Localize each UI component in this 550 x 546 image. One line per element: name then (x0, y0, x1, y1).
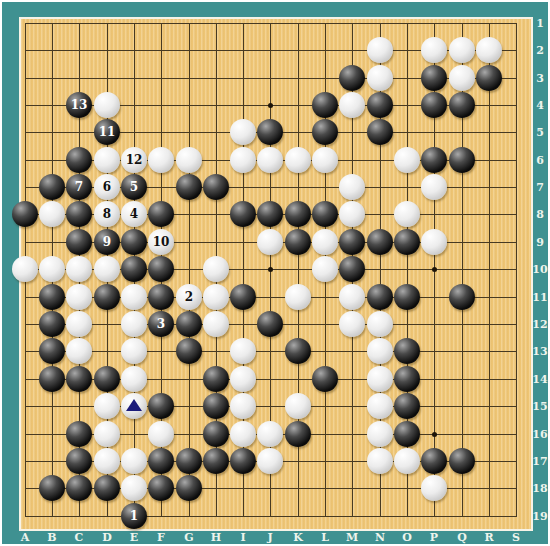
white-stone-H11 (203, 284, 229, 310)
star-point (268, 267, 273, 272)
white-stone-D16 (94, 421, 120, 447)
column-label-D: D (102, 531, 112, 544)
black-stone-C9 (66, 229, 92, 255)
white-stone-J6 (257, 147, 283, 173)
black-stone-O9 (394, 229, 420, 255)
white-stone-E17 (121, 448, 147, 474)
white-stone-P7 (421, 174, 447, 200)
black-stone-G18 (176, 475, 202, 501)
black-stone-F18 (148, 475, 174, 501)
black-stone-F17 (148, 448, 174, 474)
white-stone-K6 (285, 147, 311, 173)
white-stone-D4 (94, 92, 120, 118)
black-stone-P3 (421, 65, 447, 91)
white-stone-N13 (367, 338, 393, 364)
black-stone-K9 (285, 229, 311, 255)
black-stone-F15 (148, 393, 174, 419)
black-stone-H16 (203, 421, 229, 447)
board-grid-line (489, 23, 490, 517)
row-label-17: 17 (532, 455, 547, 468)
white-stone-H10 (203, 256, 229, 282)
black-stone-C7: 7 (66, 174, 92, 200)
white-stone-G11: 2 (176, 284, 202, 310)
black-stone-N9 (367, 229, 393, 255)
black-stone-E10 (121, 256, 147, 282)
move-number-label: 6 (103, 181, 111, 193)
row-label-4: 4 (536, 99, 544, 112)
black-stone-N11 (367, 284, 393, 310)
black-stone-L14 (312, 366, 338, 392)
black-stone-P6 (421, 147, 447, 173)
move-number-label: 12 (126, 154, 143, 166)
column-label-O: O (402, 531, 412, 544)
white-stone-C10 (66, 256, 92, 282)
white-stone-C13 (66, 338, 92, 364)
white-stone-M7 (339, 174, 365, 200)
move-number-label: 3 (157, 318, 165, 330)
black-stone-B14 (39, 366, 65, 392)
row-label-15: 15 (532, 400, 547, 413)
row-label-3: 3 (536, 72, 544, 85)
board-grid-line (25, 516, 517, 517)
move-number-label: 4 (130, 208, 138, 220)
white-stone-B10 (39, 256, 65, 282)
black-stone-D18 (94, 475, 120, 501)
white-stone-J16 (257, 421, 283, 447)
black-stone-P4 (421, 92, 447, 118)
move-number-label: 10 (153, 236, 170, 248)
black-stone-Q11 (449, 284, 475, 310)
row-label-14: 14 (532, 373, 547, 386)
row-label-19: 19 (532, 510, 547, 523)
black-stone-D5: 11 (94, 119, 120, 145)
column-label-C: C (75, 531, 84, 544)
row-label-11: 11 (532, 291, 547, 304)
white-stone-I6 (230, 147, 256, 173)
column-label-G: G (184, 531, 193, 544)
black-stone-E19: 1 (121, 503, 147, 529)
column-label-H: H (211, 531, 221, 544)
black-stone-B13 (39, 338, 65, 364)
black-stone-G13 (176, 338, 202, 364)
row-label-6: 6 (536, 154, 544, 167)
white-stone-F9: 10 (148, 229, 174, 255)
column-label-M: M (346, 531, 358, 544)
column-label-B: B (47, 531, 56, 544)
black-stone-E9 (121, 229, 147, 255)
white-stone-E15 (121, 393, 147, 419)
board-grid-line (25, 351, 517, 352)
white-stone-A10 (12, 256, 38, 282)
black-stone-B12 (39, 311, 65, 337)
black-stone-H17 (203, 448, 229, 474)
board-grid-line (25, 23, 517, 24)
move-number-label: 9 (103, 236, 111, 248)
move-number-label: 2 (185, 291, 193, 303)
go-board[interactable]: 13111276584910231 (19, 17, 533, 531)
black-stone-H14 (203, 366, 229, 392)
white-stone-E11 (121, 284, 147, 310)
white-stone-F6 (148, 147, 174, 173)
move-number-label: 8 (103, 208, 111, 220)
white-stone-B8 (39, 201, 65, 227)
white-stone-K11 (285, 284, 311, 310)
black-stone-I8 (230, 201, 256, 227)
white-stone-P9 (421, 229, 447, 255)
white-stone-N3 (367, 65, 393, 91)
white-stone-E6: 12 (121, 147, 147, 173)
white-stone-R2 (476, 37, 502, 63)
black-stone-C4: 13 (66, 92, 92, 118)
black-stone-Q6 (449, 147, 475, 173)
white-stone-E8: 4 (121, 201, 147, 227)
white-stone-N16 (367, 421, 393, 447)
move-number-label: 7 (75, 181, 83, 193)
row-label-7: 7 (536, 181, 544, 194)
black-stone-C6 (66, 147, 92, 173)
white-stone-H12 (203, 311, 229, 337)
white-stone-F16 (148, 421, 174, 447)
white-stone-N12 (367, 311, 393, 337)
black-stone-Q4 (449, 92, 475, 118)
white-stone-E13 (121, 338, 147, 364)
column-label-F: F (157, 531, 165, 544)
row-label-8: 8 (536, 208, 544, 221)
black-stone-F10 (148, 256, 174, 282)
white-stone-N17 (367, 448, 393, 474)
black-stone-C17 (66, 448, 92, 474)
white-stone-N2 (367, 37, 393, 63)
white-stone-Q2 (449, 37, 475, 63)
black-stone-F12: 3 (148, 311, 174, 337)
black-stone-M3 (339, 65, 365, 91)
white-stone-Q3 (449, 65, 475, 91)
row-label-2: 2 (536, 44, 544, 57)
white-stone-D6 (94, 147, 120, 173)
black-stone-H7 (203, 174, 229, 200)
star-point (432, 432, 437, 437)
row-label-18: 18 (532, 482, 547, 495)
triangle-marker-icon (126, 399, 142, 411)
white-stone-M4 (339, 92, 365, 118)
white-stone-O8 (394, 201, 420, 227)
black-stone-Q17 (449, 448, 475, 474)
white-stone-D15 (94, 393, 120, 419)
move-number-label: 1 (130, 510, 138, 522)
column-label-R: R (484, 531, 493, 544)
black-stone-M10 (339, 256, 365, 282)
black-stone-K13 (285, 338, 311, 364)
white-stone-C12 (66, 311, 92, 337)
black-stone-P17 (421, 448, 447, 474)
window-frame: 13111276584910231 ABCDEFGHIJKLMNOPQRS 12… (2, 2, 548, 544)
row-label-12: 12 (532, 318, 547, 331)
black-stone-L4 (312, 92, 338, 118)
black-stone-J5 (257, 119, 283, 145)
black-stone-O14 (394, 366, 420, 392)
column-label-P: P (430, 531, 438, 544)
row-label-1: 1 (536, 17, 544, 30)
white-stone-J17 (257, 448, 283, 474)
black-stone-O15 (394, 393, 420, 419)
black-stone-F11 (148, 284, 174, 310)
black-stone-D14 (94, 366, 120, 392)
black-stone-I17 (230, 448, 256, 474)
white-stone-I14 (230, 366, 256, 392)
row-label-16: 16 (532, 428, 547, 441)
white-stone-G6 (176, 147, 202, 173)
black-stone-C8 (66, 201, 92, 227)
row-label-5: 5 (536, 126, 544, 139)
black-stone-I11 (230, 284, 256, 310)
black-stone-B11 (39, 284, 65, 310)
black-stone-L8 (312, 201, 338, 227)
white-stone-J9 (257, 229, 283, 255)
black-stone-C16 (66, 421, 92, 447)
white-stone-I16 (230, 421, 256, 447)
black-stone-J12 (257, 311, 283, 337)
white-stone-N14 (367, 366, 393, 392)
white-stone-M12 (339, 311, 365, 337)
black-stone-C14 (66, 366, 92, 392)
white-stone-D7: 6 (94, 174, 120, 200)
white-stone-P18 (421, 475, 447, 501)
move-number-label: 5 (130, 181, 138, 193)
white-stone-M11 (339, 284, 365, 310)
column-label-Q: Q (457, 531, 467, 544)
board-grid-line (516, 23, 517, 517)
black-stone-K8 (285, 201, 311, 227)
white-stone-L10 (312, 256, 338, 282)
black-stone-G7 (176, 174, 202, 200)
white-stone-E12 (121, 311, 147, 337)
white-stone-I5 (230, 119, 256, 145)
column-label-J: J (267, 531, 272, 544)
star-point (432, 267, 437, 272)
black-stone-N4 (367, 92, 393, 118)
white-stone-L6 (312, 147, 338, 173)
white-stone-E14 (121, 366, 147, 392)
black-stone-O16 (394, 421, 420, 447)
move-number-label: 13 (71, 99, 88, 111)
black-stone-O11 (394, 284, 420, 310)
column-label-N: N (375, 531, 385, 544)
column-label-L: L (321, 531, 329, 544)
black-stone-K16 (285, 421, 311, 447)
white-stone-P2 (421, 37, 447, 63)
black-stone-H15 (203, 393, 229, 419)
black-stone-O13 (394, 338, 420, 364)
white-stone-C11 (66, 284, 92, 310)
white-stone-E18 (121, 475, 147, 501)
black-stone-B18 (39, 475, 65, 501)
black-stone-M9 (339, 229, 365, 255)
white-stone-D8: 8 (94, 201, 120, 227)
star-point (268, 103, 273, 108)
black-stone-B7 (39, 174, 65, 200)
white-stone-O6 (394, 147, 420, 173)
white-stone-D10 (94, 256, 120, 282)
black-stone-J8 (257, 201, 283, 227)
column-label-E: E (130, 531, 138, 544)
board-grid-line (189, 23, 190, 517)
black-stone-D11 (94, 284, 120, 310)
move-number-label: 11 (99, 126, 116, 138)
black-stone-E7: 5 (121, 174, 147, 200)
white-stone-D17 (94, 448, 120, 474)
row-label-10: 10 (532, 263, 547, 276)
column-label-I: I (240, 531, 245, 544)
black-stone-G12 (176, 311, 202, 337)
black-stone-R3 (476, 65, 502, 91)
white-stone-K15 (285, 393, 311, 419)
column-label-K: K (293, 531, 303, 544)
white-stone-N15 (367, 393, 393, 419)
black-stone-L5 (312, 119, 338, 145)
white-stone-L9 (312, 229, 338, 255)
black-stone-G17 (176, 448, 202, 474)
white-stone-I13 (230, 338, 256, 364)
black-stone-C18 (66, 475, 92, 501)
white-stone-O17 (394, 448, 420, 474)
row-label-13: 13 (532, 345, 547, 358)
white-stone-I15 (230, 393, 256, 419)
black-stone-F8 (148, 201, 174, 227)
column-label-S: S (512, 531, 520, 544)
white-stone-M8 (339, 201, 365, 227)
column-label-A: A (21, 531, 30, 544)
black-stone-D9: 9 (94, 229, 120, 255)
black-stone-N5 (367, 119, 393, 145)
black-stone-A8 (12, 201, 38, 227)
row-label-9: 9 (536, 236, 544, 249)
